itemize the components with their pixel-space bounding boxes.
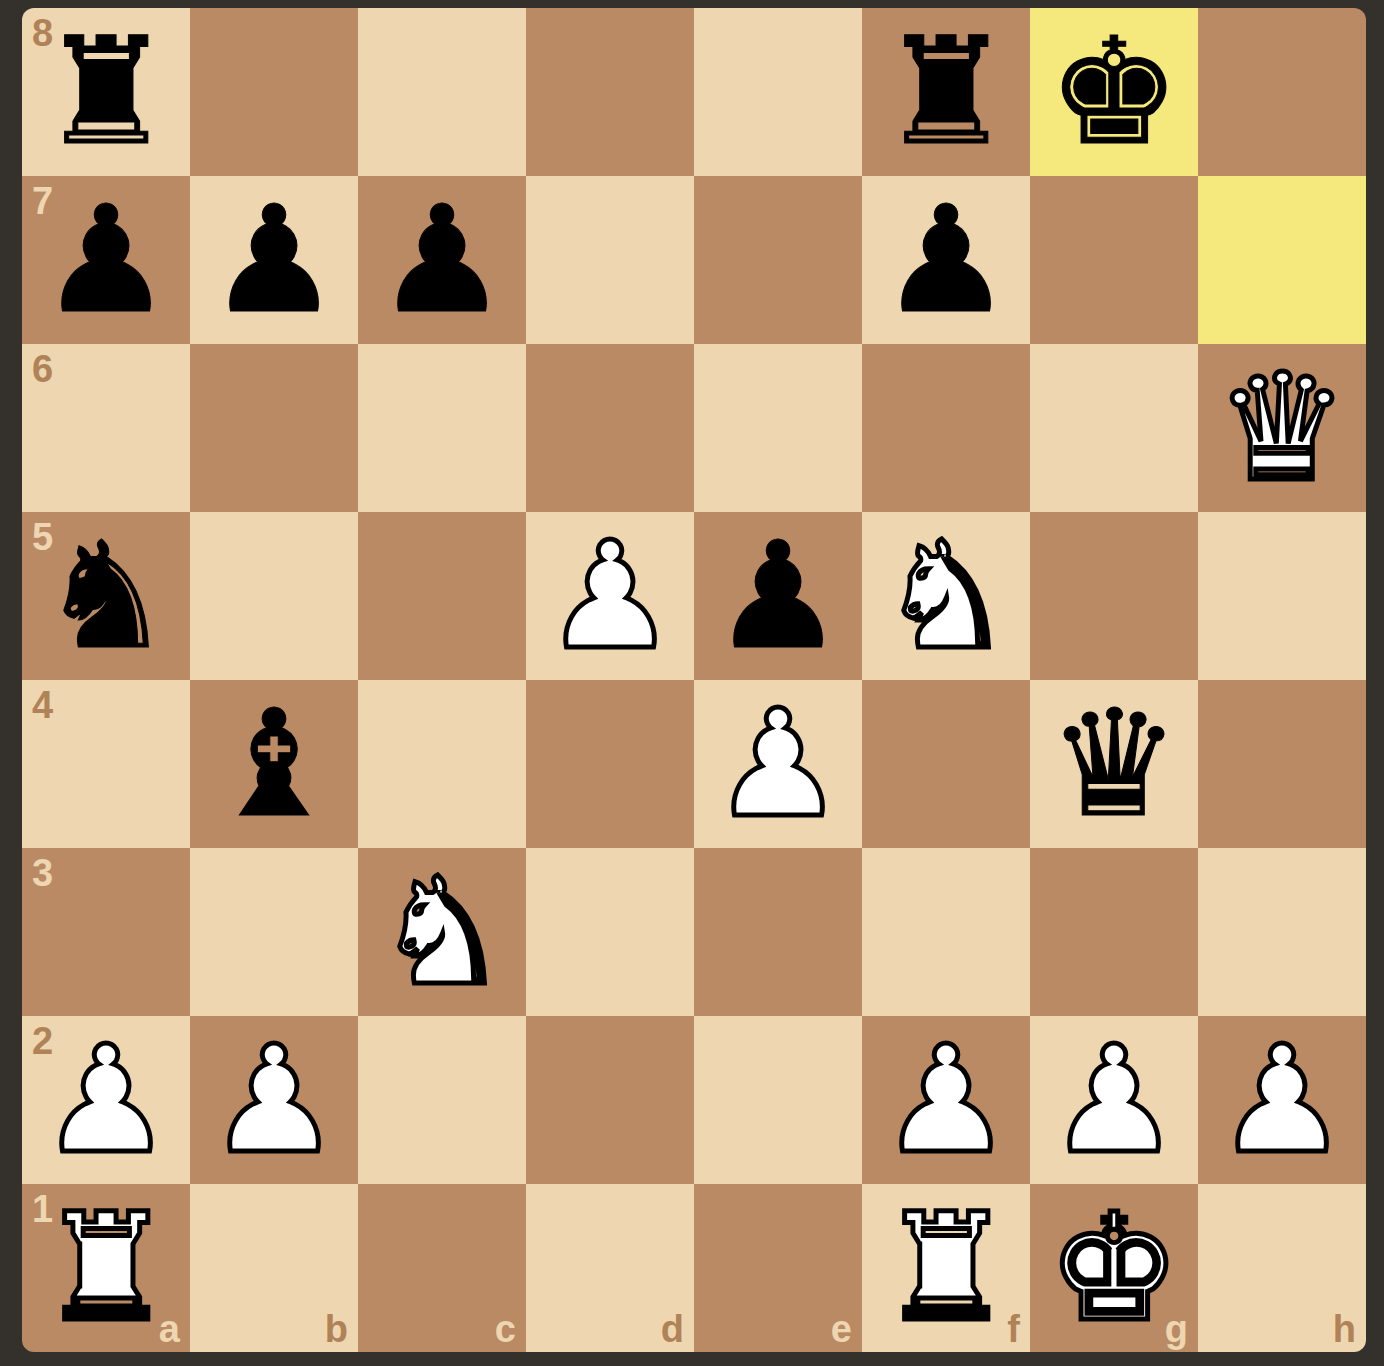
file-label-h: h [1333,1310,1356,1348]
square-d6[interactable] [526,344,694,512]
square-g6[interactable] [1030,344,1198,512]
square-d7[interactable] [526,176,694,344]
square-a7[interactable]: 7♟ [22,176,190,344]
square-h7[interactable] [1198,176,1366,344]
square-h6[interactable]: ♛ [1198,344,1366,512]
black-knight-a5[interactable]: ♞ [22,512,190,680]
square-a4[interactable]: 4 [22,680,190,848]
square-f3[interactable] [862,848,1030,1016]
square-g4[interactable]: ♛ [1030,680,1198,848]
square-c1[interactable]: c [358,1184,526,1352]
file-label-c: c [495,1310,516,1348]
white-pawn-g2[interactable]: ♟ [1030,1016,1198,1184]
square-e5[interactable]: ♟ [694,512,862,680]
square-a1[interactable]: 1a♜ [22,1184,190,1352]
square-a6[interactable]: 6 [22,344,190,512]
square-e6[interactable] [694,344,862,512]
square-e3[interactable] [694,848,862,1016]
square-f8[interactable]: ♜ [862,8,1030,176]
square-f1[interactable]: f♜ [862,1184,1030,1352]
black-rook-f8[interactable]: ♜ [862,8,1030,176]
square-f7[interactable]: ♟ [862,176,1030,344]
black-rook-a8[interactable]: ♜ [22,8,190,176]
white-queen-h6[interactable]: ♛ [1198,344,1366,512]
square-d1[interactable]: d [526,1184,694,1352]
square-b1[interactable]: b [190,1184,358,1352]
square-f4[interactable] [862,680,1030,848]
file-label-d: d [661,1310,684,1348]
square-c6[interactable] [358,344,526,512]
square-g3[interactable] [1030,848,1198,1016]
rank-label-3: 3 [32,854,53,892]
square-g2[interactable]: ♟ [1030,1016,1198,1184]
white-pawn-h2[interactable]: ♟ [1198,1016,1366,1184]
white-pawn-f2[interactable]: ♟ [862,1016,1030,1184]
chess-board: 8♜♜♚7♟♟♟♟6♛5♞♟♟♞4♝♟♛3♞2♟♟♟♟♟1a♜bcdef♜g♚h [22,8,1366,1352]
square-c7[interactable]: ♟ [358,176,526,344]
square-b2[interactable]: ♟ [190,1016,358,1184]
square-h2[interactable]: ♟ [1198,1016,1366,1184]
square-g5[interactable] [1030,512,1198,680]
square-g8[interactable]: ♚ [1030,8,1198,176]
square-b7[interactable]: ♟ [190,176,358,344]
square-c2[interactable] [358,1016,526,1184]
square-b5[interactable] [190,512,358,680]
square-f2[interactable]: ♟ [862,1016,1030,1184]
square-a8[interactable]: 8♜ [22,8,190,176]
square-e8[interactable] [694,8,862,176]
black-bishop-b4[interactable]: ♝ [190,680,358,848]
square-b6[interactable] [190,344,358,512]
white-pawn-e4[interactable]: ♟ [694,680,862,848]
white-pawn-a2[interactable]: ♟ [22,1016,190,1184]
square-a5[interactable]: 5♞ [22,512,190,680]
square-g1[interactable]: g♚ [1030,1184,1198,1352]
white-knight-c3[interactable]: ♞ [358,848,526,1016]
square-e1[interactable]: e [694,1184,862,1352]
black-pawn-e5[interactable]: ♟ [694,512,862,680]
rank-label-4: 4 [32,686,53,724]
white-rook-f1[interactable]: ♜ [862,1184,1030,1352]
square-b4[interactable]: ♝ [190,680,358,848]
black-king-g8[interactable]: ♚ [1030,8,1198,176]
square-d5[interactable]: ♟ [526,512,694,680]
white-rook-a1[interactable]: ♜ [22,1184,190,1352]
square-d3[interactable] [526,848,694,1016]
square-a2[interactable]: 2♟ [22,1016,190,1184]
black-pawn-f7[interactable]: ♟ [862,176,1030,344]
square-d8[interactable] [526,8,694,176]
square-h1[interactable]: h [1198,1184,1366,1352]
square-b3[interactable] [190,848,358,1016]
square-h8[interactable] [1198,8,1366,176]
black-pawn-b7[interactable]: ♟ [190,176,358,344]
black-pawn-c7[interactable]: ♟ [358,176,526,344]
square-c4[interactable] [358,680,526,848]
square-h3[interactable] [1198,848,1366,1016]
square-e4[interactable]: ♟ [694,680,862,848]
black-pawn-a7[interactable]: ♟ [22,176,190,344]
square-c3[interactable]: ♞ [358,848,526,1016]
white-knight-f5[interactable]: ♞ [862,512,1030,680]
square-h5[interactable] [1198,512,1366,680]
square-c5[interactable] [358,512,526,680]
white-pawn-b2[interactable]: ♟ [190,1016,358,1184]
chess-app-stage: 8♜♜♚7♟♟♟♟6♛5♞♟♟♞4♝♟♛3♞2♟♟♟♟♟1a♜bcdef♜g♚h [0,0,1384,1366]
square-e2[interactable] [694,1016,862,1184]
square-d4[interactable] [526,680,694,848]
white-pawn-d5[interactable]: ♟ [526,512,694,680]
file-label-b: b [325,1310,348,1348]
square-a3[interactable]: 3 [22,848,190,1016]
square-h4[interactable] [1198,680,1366,848]
square-g7[interactable] [1030,176,1198,344]
square-c8[interactable] [358,8,526,176]
black-queen-g4[interactable]: ♛ [1030,680,1198,848]
square-b8[interactable] [190,8,358,176]
rank-label-6: 6 [32,350,53,388]
square-f5[interactable]: ♞ [862,512,1030,680]
square-d2[interactable] [526,1016,694,1184]
white-king-g1[interactable]: ♚ [1030,1184,1198,1352]
square-e7[interactable] [694,176,862,344]
square-f6[interactable] [862,344,1030,512]
file-label-e: e [831,1310,852,1348]
